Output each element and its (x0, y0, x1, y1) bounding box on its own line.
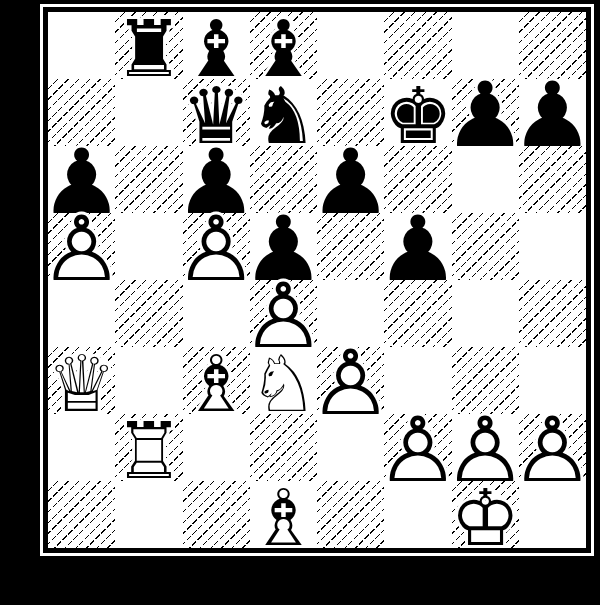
square-b2[interactable]: ♜♖ (115, 414, 182, 481)
square-d1[interactable]: ♝♗ (250, 481, 317, 548)
square-f4[interactable] (384, 280, 451, 347)
square-g5[interactable] (452, 213, 519, 280)
square-f2[interactable]: ♟♙ (384, 414, 451, 481)
square-d4[interactable]: ♟♙ (250, 280, 317, 347)
square-h1[interactable] (519, 481, 586, 548)
square-d2[interactable] (250, 414, 317, 481)
piece-white-pawn[interactable]: ♟♙ (452, 414, 519, 481)
square-g4[interactable] (452, 280, 519, 347)
square-a3[interactable]: ♛♕ (48, 347, 115, 414)
square-h5[interactable] (519, 213, 586, 280)
white-king-glyph: ♔ (450, 479, 520, 557)
piece-white-pawn[interactable]: ♟♙ (183, 213, 250, 280)
square-g7[interactable]: ♟♟ (452, 79, 519, 146)
square-e8[interactable] (317, 12, 384, 79)
piece-white-pawn[interactable]: ♟♙ (384, 414, 451, 481)
square-f8[interactable] (384, 12, 451, 79)
square-c1[interactable] (183, 481, 250, 548)
piece-black-pawn[interactable]: ♟♟ (519, 79, 586, 146)
square-d7[interactable]: ♞♞ (250, 79, 317, 146)
square-d8[interactable]: ♝♝ (250, 12, 317, 79)
square-d3[interactable]: ♞♘ (250, 347, 317, 414)
piece-black-pawn[interactable]: ♟♟ (317, 146, 384, 213)
square-b5[interactable] (115, 213, 182, 280)
square-b6[interactable] (115, 146, 182, 213)
piece-white-pawn[interactable]: ♟♙ (317, 347, 384, 414)
piece-white-king[interactable]: ♚♔ (452, 481, 519, 548)
piece-black-king[interactable]: ♚♚ (384, 79, 451, 146)
square-b3[interactable] (115, 347, 182, 414)
square-e1[interactable] (317, 481, 384, 548)
piece-white-pawn[interactable]: ♟♙ (250, 280, 317, 347)
black-rook-glyph: ♜ (114, 10, 184, 88)
piece-black-bishop[interactable]: ♝♝ (183, 12, 250, 79)
board-outer-margin: ♜♜♝♝♝♝♛♛♞♞♚♚♟♟♟♟♟♟♟♟♟♟♟♙♟♙♟♟♟♟♟♙♛♕♝♗♞♘♟♙… (40, 4, 594, 556)
square-f5[interactable]: ♟♟ (384, 213, 451, 280)
square-a1[interactable] (48, 481, 115, 548)
square-a5[interactable]: ♟♙ (48, 213, 115, 280)
square-e6[interactable]: ♟♟ (317, 146, 384, 213)
page-background: ♜♜♝♝♝♝♛♛♞♞♚♚♟♟♟♟♟♟♟♟♟♟♟♙♟♙♟♟♟♟♟♙♛♕♝♗♞♘♟♙… (0, 0, 600, 605)
piece-white-bishop[interactable]: ♝♗ (250, 481, 317, 548)
piece-white-pawn[interactable]: ♟♙ (48, 213, 115, 280)
square-c4[interactable] (183, 280, 250, 347)
piece-white-queen[interactable]: ♛♕ (48, 347, 115, 414)
piece-black-knight[interactable]: ♞♞ (250, 79, 317, 146)
white-rook-glyph: ♖ (114, 412, 184, 490)
square-h4[interactable] (519, 280, 586, 347)
square-f1[interactable] (384, 481, 451, 548)
square-e3[interactable]: ♟♙ (317, 347, 384, 414)
square-g6[interactable] (452, 146, 519, 213)
white-bishop-glyph: ♗ (248, 479, 318, 557)
piece-black-bishop[interactable]: ♝♝ (250, 12, 317, 79)
piece-white-bishop[interactable]: ♝♗ (183, 347, 250, 414)
square-c5[interactable]: ♟♙ (183, 213, 250, 280)
square-h2[interactable]: ♟♙ (519, 414, 586, 481)
square-b8[interactable]: ♜♜ (115, 12, 182, 79)
white-bishop-glyph: ♗ (181, 345, 251, 423)
square-g2[interactable]: ♟♙ (452, 414, 519, 481)
square-h7[interactable]: ♟♟ (519, 79, 586, 146)
white-queen-glyph: ♕ (47, 345, 117, 423)
square-f7[interactable]: ♚♚ (384, 79, 451, 146)
square-c2[interactable] (183, 414, 250, 481)
square-a4[interactable] (48, 280, 115, 347)
piece-white-pawn[interactable]: ♟♙ (519, 414, 586, 481)
piece-black-pawn[interactable]: ♟♟ (384, 213, 451, 280)
square-a2[interactable] (48, 414, 115, 481)
square-e5[interactable] (317, 213, 384, 280)
square-b7[interactable] (115, 79, 182, 146)
square-b4[interactable] (115, 280, 182, 347)
chess-board: ♜♜♝♝♝♝♛♛♞♞♚♚♟♟♟♟♟♟♟♟♟♟♟♙♟♙♟♟♟♟♟♙♛♕♝♗♞♘♟♙… (48, 12, 586, 548)
piece-white-knight[interactable]: ♞♘ (250, 347, 317, 414)
square-c3[interactable]: ♝♗ (183, 347, 250, 414)
square-c8[interactable]: ♝♝ (183, 12, 250, 79)
square-g1[interactable]: ♚♔ (452, 481, 519, 548)
piece-white-rook[interactable]: ♜♖ (115, 414, 182, 481)
piece-black-rook[interactable]: ♜♜ (115, 12, 182, 79)
square-b1[interactable] (115, 481, 182, 548)
piece-black-pawn[interactable]: ♟♟ (452, 79, 519, 146)
square-h6[interactable] (519, 146, 586, 213)
square-a8[interactable] (48, 12, 115, 79)
board-frame: ♜♜♝♝♝♝♛♛♞♞♚♚♟♟♟♟♟♟♟♟♟♟♟♙♟♙♟♟♟♟♟♙♛♕♝♗♞♘♟♙… (43, 7, 591, 553)
square-e2[interactable] (317, 414, 384, 481)
